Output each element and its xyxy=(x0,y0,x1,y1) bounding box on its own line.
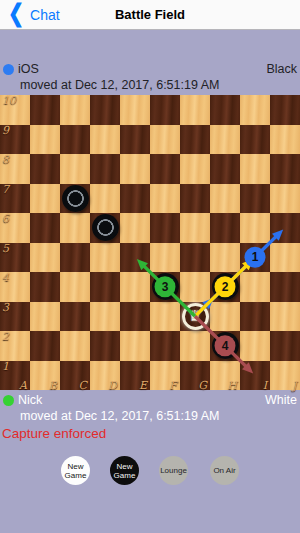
black-player-move-time: moved at Dec 12, 2017, 6:51:19 AM xyxy=(20,77,300,93)
nav-bar: ❮ Chat Battle Field xyxy=(0,0,300,30)
white-player-color-dot xyxy=(3,395,14,406)
svg-text:4: 4 xyxy=(222,339,229,353)
move-option-marker-1[interactable]: 1 xyxy=(245,247,266,268)
pieces-layer: ♛ xyxy=(0,95,300,390)
chevron-left-icon: ❮ xyxy=(8,1,24,25)
bottom-button-row: New Game New Game Lounge On Air xyxy=(0,456,300,486)
back-button[interactable]: ❮ Chat xyxy=(6,0,60,29)
black-player-color-dot xyxy=(3,64,14,75)
white-side-label: White xyxy=(265,392,297,408)
svg-text:3: 3 xyxy=(162,280,169,294)
back-button-label: Chat xyxy=(30,7,60,23)
move-option-marker-3[interactable]: 3 xyxy=(155,276,176,297)
checkers-board: 10987654321ABCDEFGHIJ ♛ 1234 xyxy=(0,95,300,390)
black-man-D6[interactable] xyxy=(92,214,119,241)
svg-text:2: 2 xyxy=(222,280,229,294)
rule-status-text: Capture enforced xyxy=(2,425,300,442)
new-game-white-button[interactable]: New Game xyxy=(61,456,90,485)
black-side-label: Black xyxy=(266,61,297,77)
white-king-G3[interactable]: ♛ xyxy=(182,303,209,330)
black-man-C7[interactable] xyxy=(62,185,89,212)
white-player-name: Nick xyxy=(18,392,42,408)
crown-icon: ♛ xyxy=(188,308,201,323)
lounge-button[interactable]: Lounge xyxy=(159,456,188,485)
bottom-player-info: Nick White moved at Dec 12, 2017, 6:51:1… xyxy=(0,392,300,442)
svg-text:1: 1 xyxy=(252,250,259,264)
white-player-move-time: moved at Dec 12, 2017, 6:51:19 AM xyxy=(20,408,300,424)
page-title: Battle Field xyxy=(60,0,240,29)
move-option-marker-2[interactable]: 2 xyxy=(215,276,236,297)
app-screen: ❮ Chat Battle Field iOS Black moved at D… xyxy=(0,0,300,533)
move-option-marker-4[interactable]: 4 xyxy=(215,335,236,356)
black-player-name: iOS xyxy=(18,61,39,77)
new-game-black-button[interactable]: New Game xyxy=(110,456,139,485)
top-player-info: iOS Black moved at Dec 12, 2017, 6:51:19… xyxy=(0,61,300,93)
on-air-button[interactable]: On Air xyxy=(210,456,239,485)
